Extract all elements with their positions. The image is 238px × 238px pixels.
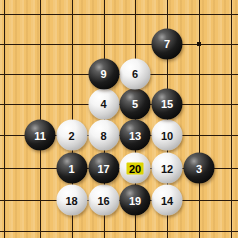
intersection-c6-r2[interactable]	[150, 28, 182, 59]
intersection-c8-r5[interactable]	[214, 121, 238, 152]
intersection-c3-r1[interactable]	[54, 0, 86, 28]
intersection-c8-r4[interactable]	[214, 90, 238, 121]
intersection-c1-r4[interactable]	[0, 90, 22, 121]
intersection-c3-r5[interactable]	[54, 121, 86, 152]
intersection-c2-r1[interactable]	[22, 0, 54, 28]
intersection-c5-r7[interactable]	[118, 183, 150, 214]
intersection-c1-r8[interactable]	[0, 214, 22, 238]
intersection-c3-r3[interactable]	[54, 59, 86, 90]
intersection-c1-r3[interactable]	[0, 59, 22, 90]
intersection-c8-r6[interactable]	[214, 152, 238, 183]
intersection-c3-r2[interactable]	[54, 28, 86, 59]
intersection-c3-r6[interactable]	[54, 152, 86, 183]
intersection-c6-r4[interactable]	[150, 90, 182, 121]
intersection-c7-r7[interactable]	[182, 183, 214, 214]
board-intersections-grid	[0, 0, 238, 238]
intersection-c5-r8[interactable]	[118, 214, 150, 238]
intersection-c5-r1[interactable]	[118, 0, 150, 28]
intersection-c4-r5[interactable]	[86, 121, 118, 152]
intersection-c6-r7[interactable]	[150, 183, 182, 214]
intersection-c7-r4[interactable]	[182, 90, 214, 121]
intersection-c8-r3[interactable]	[214, 59, 238, 90]
intersection-c6-r3[interactable]	[150, 59, 182, 90]
intersection-c1-r6[interactable]	[0, 152, 22, 183]
intersection-c5-r5[interactable]	[118, 121, 150, 152]
intersection-c6-r6[interactable]	[150, 152, 182, 183]
intersection-c5-r6[interactable]	[118, 152, 150, 183]
intersection-c7-r6[interactable]	[182, 152, 214, 183]
intersection-c4-r3[interactable]	[86, 59, 118, 90]
intersection-c5-r2[interactable]	[118, 28, 150, 59]
goban: 1234567891011121314151617181920	[0, 0, 238, 238]
intersection-c2-r2[interactable]	[22, 28, 54, 59]
intersection-c5-r4[interactable]	[118, 90, 150, 121]
intersection-c6-r8[interactable]	[150, 214, 182, 238]
intersection-c1-r2[interactable]	[0, 28, 22, 59]
intersection-c3-r7[interactable]	[54, 183, 86, 214]
intersection-c8-r7[interactable]	[214, 183, 238, 214]
intersection-c8-r8[interactable]	[214, 214, 238, 238]
intersection-c8-r1[interactable]	[214, 0, 238, 28]
intersection-c7-r1[interactable]	[182, 0, 214, 28]
intersection-c2-r6[interactable]	[22, 152, 54, 183]
intersection-c3-r4[interactable]	[54, 90, 86, 121]
intersection-c1-r1[interactable]	[0, 0, 22, 28]
intersection-c6-r1[interactable]	[150, 0, 182, 28]
intersection-c7-r3[interactable]	[182, 59, 214, 90]
intersection-c2-r8[interactable]	[22, 214, 54, 238]
intersection-c7-r5[interactable]	[182, 121, 214, 152]
intersection-c8-r2[interactable]	[214, 28, 238, 59]
intersection-c3-r8[interactable]	[54, 214, 86, 238]
intersection-c2-r7[interactable]	[22, 183, 54, 214]
intersection-c4-r2[interactable]	[86, 28, 118, 59]
intersection-c4-r6[interactable]	[86, 152, 118, 183]
intersection-c7-r2[interactable]	[182, 28, 214, 59]
intersection-c2-r5[interactable]	[22, 121, 54, 152]
intersection-c4-r1[interactable]	[86, 0, 118, 28]
intersection-c2-r4[interactable]	[22, 90, 54, 121]
intersection-c2-r3[interactable]	[22, 59, 54, 90]
intersection-c7-r8[interactable]	[182, 214, 214, 238]
intersection-c5-r3[interactable]	[118, 59, 150, 90]
intersection-c1-r7[interactable]	[0, 183, 22, 214]
intersection-c4-r8[interactable]	[86, 214, 118, 238]
intersection-c4-r4[interactable]	[86, 90, 118, 121]
intersection-c6-r5[interactable]	[150, 121, 182, 152]
intersection-c4-r7[interactable]	[86, 183, 118, 214]
intersection-c1-r5[interactable]	[0, 121, 22, 152]
